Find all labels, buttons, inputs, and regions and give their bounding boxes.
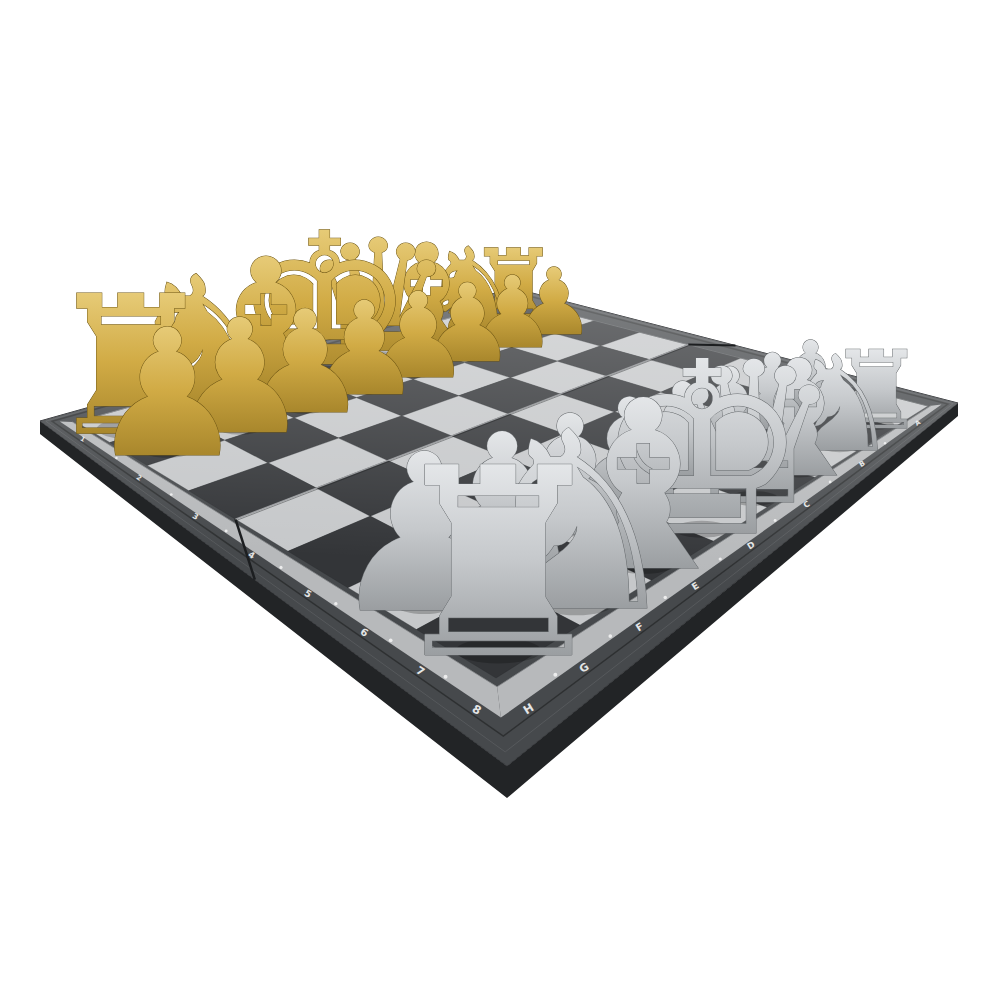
chess-set-photo: 1H2G3F4E5D6C7B8A♜♟♞♟♝♟♛♟♚♟♝♟♟♞♜♟♟♜♞♟♟♝♟♛… (0, 0, 1000, 1000)
frame-screw-dot (279, 566, 282, 569)
product-photo-stage: 1H2G3F4E5D6C7B8A♜♟♞♟♝♟♛♟♚♟♝♟♟♞♜♟♟♜♞♟♟♝♟♛… (0, 0, 1000, 1000)
piece-gold-pawn-h2: ♟ (88, 292, 246, 497)
frame-screw-dot (225, 529, 228, 532)
piece-silver-rook-h8: ♜ (381, 413, 615, 717)
